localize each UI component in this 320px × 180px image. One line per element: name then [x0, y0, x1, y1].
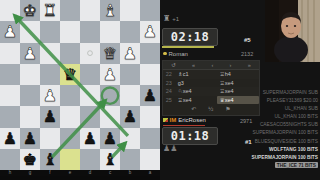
- square-a6[interactable]: [140, 106, 160, 127]
- square-e7[interactable]: [60, 128, 80, 149]
- white-pawn-h2[interactable]: ♟: [0, 21, 20, 42]
- square-b1[interactable]: [120, 0, 140, 21]
- square-g5[interactable]: [20, 85, 40, 106]
- square-c5[interactable]: [100, 85, 120, 106]
- prev-move-icon[interactable]: ‹: [211, 62, 213, 68]
- move-white-25[interactable]: ♖xe4: [175, 96, 217, 105]
- game-actions: ↶½⚑: [163, 104, 259, 113]
- black-pawn-b6[interactable]: ♟: [120, 106, 140, 127]
- square-a1[interactable]: [140, 0, 160, 21]
- credit-line: SUPERMAJORPAIN 100 BITS: [246, 154, 318, 162]
- resign-icon[interactable]: ⚑: [225, 105, 230, 112]
- square-e6[interactable]: [60, 106, 80, 127]
- square-f8[interactable]: ♝: [40, 149, 60, 170]
- white-pawn-f5[interactable]: ♟: [40, 85, 60, 106]
- square-h8[interactable]: [0, 149, 20, 170]
- move-number: 22: [163, 70, 175, 79]
- square-g3[interactable]: ♟: [20, 43, 40, 64]
- square-c8[interactable]: ♝: [100, 149, 120, 170]
- square-a2[interactable]: ♟: [140, 21, 160, 42]
- move-white-24[interactable]: ♘xe4: [175, 87, 217, 96]
- square-c4[interactable]: ♟: [100, 64, 120, 85]
- move-black-23[interactable]: ♖xe4: [217, 79, 259, 88]
- coord-file-f: f: [40, 170, 60, 176]
- player-name-bottom[interactable]: IMEricRosen: [163, 116, 206, 124]
- player-name-top[interactable]: Roman: [163, 50, 188, 58]
- clock-bottom: 01:18: [162, 127, 218, 145]
- square-b4[interactable]: [120, 64, 140, 85]
- black-pawn-f6[interactable]: ♟: [40, 106, 60, 127]
- square-d7[interactable]: ♟: [80, 128, 100, 149]
- draw-offer-icon[interactable]: ½: [208, 106, 213, 112]
- square-h7[interactable]: ♟: [0, 128, 20, 149]
- online-dot-icon: [163, 52, 167, 56]
- move-black-22[interactable]: ♖h4: [217, 70, 259, 79]
- black-pawn-a5[interactable]: ♟: [140, 85, 160, 106]
- square-d2[interactable]: [80, 21, 100, 42]
- stream-screenshot: { "game": "chess", "position": { "fen": …: [0, 0, 320, 180]
- coord-file-b: b: [120, 170, 140, 176]
- white-pawn-b3[interactable]: ♟: [120, 43, 140, 64]
- square-e3[interactable]: [60, 43, 80, 64]
- square-g2[interactable]: [20, 21, 40, 42]
- captured-tray-top: ♜+1: [163, 14, 179, 23]
- square-a5[interactable]: ♟: [140, 85, 160, 106]
- black-pawn-d7[interactable]: ♟: [80, 128, 100, 149]
- credit-line: SUPERMAJORPAIN 100 BITS: [246, 129, 318, 137]
- square-f4[interactable]: [40, 64, 60, 85]
- move-white-22[interactable]: ♗c1: [175, 70, 217, 79]
- square-e1[interactable]: [60, 0, 80, 21]
- bottom-name-bar: [163, 125, 205, 126]
- board-area: ♚♜♝♟♟♟♛♟♛♟♟♟♟♟♟♟♟♟♚♝♝ hgfedcba: [0, 0, 160, 180]
- black-pawn-g7[interactable]: ♟: [20, 128, 40, 149]
- square-g7[interactable]: ♟: [20, 128, 40, 149]
- credit-line: UL_KHAN 100 BITS: [246, 113, 318, 121]
- credit-line: BLUESQUIVESIDE 100 BITS: [246, 138, 318, 146]
- square-b6[interactable]: ♟: [120, 106, 140, 127]
- square-e8[interactable]: [60, 149, 80, 170]
- move-row-23: 23g3♖xe4: [163, 79, 259, 88]
- square-f5[interactable]: ♟: [40, 85, 60, 106]
- square-d1[interactable]: [80, 0, 100, 21]
- square-a3[interactable]: [140, 43, 160, 64]
- captured-rook-icon: ♜: [163, 14, 170, 23]
- move-list: 22♗c1♖h423g3♖xe424♘xe4♖xe425♖xe4♕xe4: [163, 70, 259, 104]
- black-queen-e4[interactable]: ♛: [60, 64, 80, 85]
- next-move-icon[interactable]: ›: [230, 62, 232, 68]
- coord-file-e: e: [60, 170, 80, 176]
- move-number: 24: [163, 87, 175, 96]
- white-pawn-g3[interactable]: ♟: [20, 43, 40, 64]
- takeback-icon[interactable]: ↶: [191, 105, 196, 112]
- square-f2[interactable]: [40, 21, 60, 42]
- captured-tray-bottom: ♟♟: [163, 144, 177, 153]
- square-h6[interactable]: [0, 106, 20, 127]
- first-move-icon[interactable]: «: [192, 62, 195, 68]
- material-advantage: +1: [172, 16, 179, 22]
- square-b3[interactable]: ♟: [120, 43, 140, 64]
- streamer-badge-icon: [163, 118, 168, 123]
- credit-line: CAESACO55NIGHTS SUB: [246, 121, 318, 129]
- move-row-25: 25♖xe4♕xe4: [163, 96, 259, 105]
- credit-line: WOLFTANG 100 BITS: [246, 146, 318, 154]
- square-h3[interactable]: [0, 43, 20, 64]
- top-clock-bar: [162, 46, 214, 48]
- square-h4[interactable]: [0, 64, 20, 85]
- coord-file-g: g: [20, 170, 40, 176]
- black-pawn-h7[interactable]: ♟: [0, 128, 20, 149]
- file-coordinates: hgfedcba: [0, 170, 160, 176]
- white-king-g1[interactable]: ♚: [20, 0, 40, 21]
- coord-file-h: h: [0, 170, 20, 176]
- square-e5[interactable]: [60, 85, 80, 106]
- clock-top: 02:18: [162, 28, 218, 46]
- square-d6[interactable]: [80, 106, 100, 127]
- square-b7[interactable]: [120, 128, 140, 149]
- coord-file-d: d: [80, 170, 100, 176]
- white-rook-f1[interactable]: ♜: [40, 0, 60, 21]
- black-king-g8[interactable]: ♚: [20, 149, 40, 170]
- square-a7[interactable]: [140, 128, 160, 149]
- credit-line: UL_KHAN SUB: [246, 105, 318, 113]
- square-c2[interactable]: [100, 21, 120, 42]
- black-pawn-c7[interactable]: ♟: [100, 128, 120, 149]
- square-f1[interactable]: ♜: [40, 0, 60, 21]
- coord-file-c: c: [100, 170, 120, 176]
- square-d5[interactable]: [80, 85, 100, 106]
- square-g6[interactable]: [20, 106, 40, 127]
- square-c1[interactable]: ♝: [100, 0, 120, 21]
- white-queen-c3[interactable]: ♛: [100, 43, 120, 64]
- square-e2[interactable]: [60, 21, 80, 42]
- square-b2[interactable]: [120, 21, 140, 42]
- square-g1[interactable]: ♚: [20, 0, 40, 21]
- square-h5[interactable]: [0, 85, 20, 106]
- stream-right-panel: ♜+1 02:18 #5 Roman 2132 ↺«‹›» 22♗c1♖h423…: [160, 0, 320, 180]
- square-d8[interactable]: [80, 149, 100, 170]
- credit-line: PLEASEY31369 $20.00: [246, 97, 318, 105]
- square-a8[interactable]: [140, 149, 160, 170]
- move-row-24: 24♘xe4♖xe4: [163, 87, 259, 96]
- move-white-23[interactable]: g3: [175, 79, 217, 88]
- move-toolbar: ↺«‹›»: [163, 61, 259, 70]
- square-g4[interactable]: [20, 64, 40, 85]
- square-f7[interactable]: [40, 128, 60, 149]
- square-a4[interactable]: [140, 64, 160, 85]
- webcam-video: [265, 0, 320, 62]
- coord-file-a: a: [140, 170, 160, 176]
- square-f3[interactable]: [40, 43, 60, 64]
- square-c7[interactable]: ♟: [100, 128, 120, 149]
- white-pawn-c4[interactable]: ♟: [100, 64, 120, 85]
- black-bishop-c8[interactable]: ♝: [100, 149, 120, 170]
- square-g8[interactable]: ♚: [20, 149, 40, 170]
- black-bishop-f8[interactable]: ♝: [40, 149, 60, 170]
- square-d4[interactable]: [80, 64, 100, 85]
- square-b8[interactable]: [120, 149, 140, 170]
- square-h1[interactable]: [0, 0, 20, 21]
- square-c3[interactable]: ♛: [100, 43, 120, 64]
- white-bishop-c1[interactable]: ♝: [100, 0, 120, 21]
- flip-board-icon[interactable]: ↺: [171, 62, 176, 68]
- title-badge: IM: [170, 117, 177, 123]
- square-c6[interactable]: [100, 106, 120, 127]
- stream-credits-list: SUPERMAJORPAIN SUBPLEASEY31369 $20.00UL_…: [246, 89, 318, 170]
- square-f6[interactable]: ♟: [40, 106, 60, 127]
- move-number: 23: [163, 79, 175, 88]
- square-d3[interactable]: [80, 43, 100, 64]
- move-number: 25: [163, 96, 175, 105]
- credit-line: SUPERMAJORPAIN SUB: [246, 89, 318, 97]
- white-pawn-a2[interactable]: ♟: [140, 21, 160, 42]
- square-h2[interactable]: ♟: [0, 21, 20, 42]
- square-e4[interactable]: ♛: [60, 64, 80, 85]
- tournament-rank-top: #5: [244, 37, 251, 43]
- credit-line: THE_ICE 71 BITS: [246, 162, 318, 170]
- last-move-icon[interactable]: »: [248, 62, 251, 68]
- square-b5[interactable]: [120, 85, 140, 106]
- chess-board[interactable]: ♚♜♝♟♟♟♛♟♛♟♟♟♟♟♟♟♟♟♚♝♝: [0, 0, 160, 170]
- rating-top: 2132: [241, 51, 253, 57]
- move-row-22: 22♗c1♖h4: [163, 70, 259, 79]
